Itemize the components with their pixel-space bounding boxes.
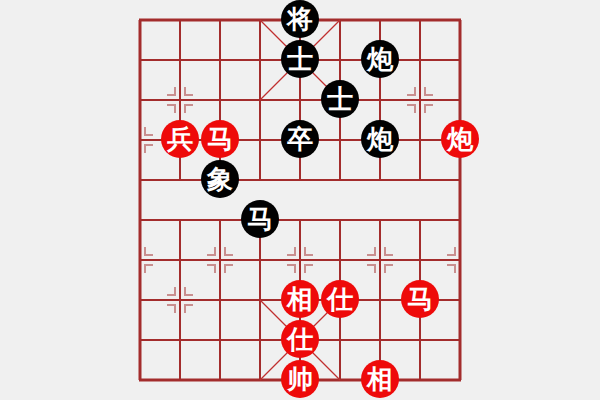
piece-black-advisor-2[interactable]: 士 (321, 80, 359, 118)
piece-black-elephant[interactable]: 象 (201, 160, 239, 198)
piece-black-soldier[interactable]: 卒 (281, 120, 319, 158)
piece-black-horse[interactable]: 马 (241, 200, 279, 238)
xiangqi-board[interactable]: 将士炮士兵马卒炮炮象马相仕马仕帅相 (0, 0, 600, 400)
piece-red-advisor-2[interactable]: 仕 (281, 320, 319, 358)
piece-red-soldier[interactable]: 兵 (161, 120, 199, 158)
pieces-layer: 将士炮士兵马卒炮炮象马相仕马仕帅相 (0, 0, 600, 400)
piece-red-advisor-1[interactable]: 仕 (321, 280, 359, 318)
xiangqi-app: 将士炮士兵马卒炮炮象马相仕马仕帅相 (0, 0, 600, 400)
piece-red-elephant-1[interactable]: 相 (281, 280, 319, 318)
piece-red-horse-1[interactable]: 马 (201, 120, 239, 158)
piece-red-horse-2[interactable]: 马 (401, 280, 439, 318)
piece-black-advisor-1[interactable]: 士 (281, 40, 319, 78)
piece-black-cannon-1[interactable]: 炮 (361, 40, 399, 78)
piece-red-elephant-2[interactable]: 相 (361, 360, 399, 398)
piece-red-general[interactable]: 帅 (281, 360, 319, 398)
piece-black-general[interactable]: 将 (281, 0, 319, 38)
piece-black-cannon-2[interactable]: 炮 (361, 120, 399, 158)
piece-red-cannon[interactable]: 炮 (441, 120, 479, 158)
